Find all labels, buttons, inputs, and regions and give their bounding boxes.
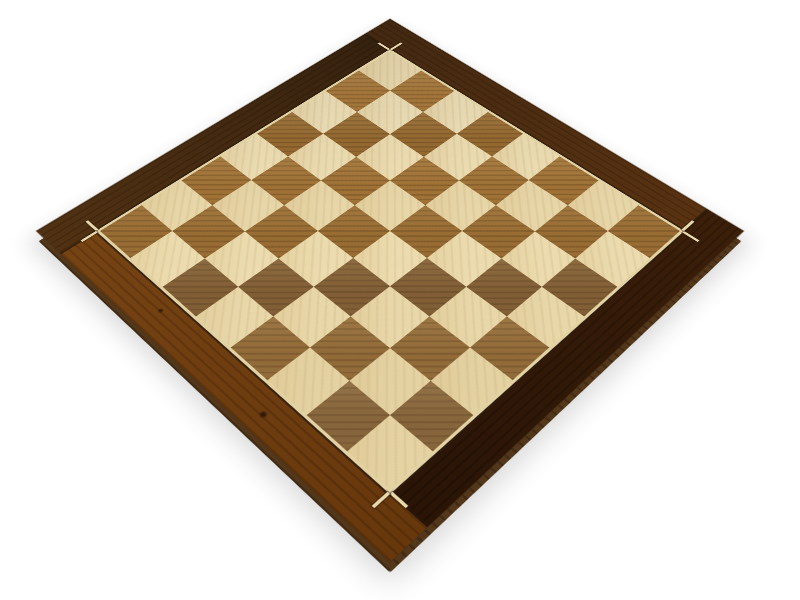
playing-area (96, 49, 684, 494)
board-scene (0, 0, 800, 600)
squares-grid (100, 51, 680, 489)
chess-board (36, 19, 743, 562)
photo-canvas (0, 0, 800, 600)
board-surface (36, 19, 743, 562)
